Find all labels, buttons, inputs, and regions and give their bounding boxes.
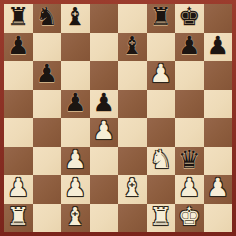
square-c1[interactable]: ♝ bbox=[61, 204, 90, 233]
square-f8[interactable]: ♜ bbox=[147, 4, 176, 33]
square-e1[interactable] bbox=[118, 204, 147, 233]
square-c8[interactable]: ♝ bbox=[61, 4, 90, 33]
square-c5[interactable]: ♟ bbox=[61, 90, 90, 119]
square-e5[interactable] bbox=[118, 90, 147, 119]
square-a2[interactable]: ♟ bbox=[4, 175, 33, 204]
black-pawn-b6[interactable]: ♟ bbox=[36, 61, 58, 89]
square-f4[interactable] bbox=[147, 118, 176, 147]
square-h3[interactable] bbox=[204, 147, 233, 176]
square-e3[interactable] bbox=[118, 147, 147, 176]
square-f6[interactable]: ♟ bbox=[147, 61, 176, 90]
white-pawn-c2[interactable]: ♟ bbox=[64, 175, 86, 203]
white-rook-a1[interactable]: ♜ bbox=[7, 204, 29, 232]
black-pawn-c5[interactable]: ♟ bbox=[64, 90, 86, 118]
black-pawn-d5[interactable]: ♟ bbox=[93, 90, 115, 118]
black-pawn-h7[interactable]: ♟ bbox=[207, 33, 229, 61]
square-d7[interactable] bbox=[90, 33, 119, 62]
white-pawn-d4[interactable]: ♟ bbox=[93, 118, 115, 146]
square-b1[interactable] bbox=[33, 204, 62, 233]
square-g8[interactable]: ♚ bbox=[175, 4, 204, 33]
black-pawn-g7[interactable]: ♟ bbox=[178, 33, 200, 61]
square-g3[interactable]: ♛ bbox=[175, 147, 204, 176]
square-f5[interactable] bbox=[147, 90, 176, 119]
square-a5[interactable] bbox=[4, 90, 33, 119]
square-h2[interactable]: ♟ bbox=[204, 175, 233, 204]
white-pawn-a2[interactable]: ♟ bbox=[7, 175, 29, 203]
square-g4[interactable] bbox=[175, 118, 204, 147]
square-b5[interactable] bbox=[33, 90, 62, 119]
square-e4[interactable] bbox=[118, 118, 147, 147]
black-bishop-e7[interactable]: ♝ bbox=[121, 33, 143, 61]
white-king-g1[interactable]: ♚ bbox=[178, 204, 200, 232]
square-h7[interactable]: ♟ bbox=[204, 33, 233, 62]
square-g5[interactable] bbox=[175, 90, 204, 119]
black-rook-f8[interactable]: ♜ bbox=[150, 4, 172, 32]
square-h1[interactable] bbox=[204, 204, 233, 233]
square-h5[interactable] bbox=[204, 90, 233, 119]
square-a6[interactable] bbox=[4, 61, 33, 90]
square-d6[interactable] bbox=[90, 61, 119, 90]
square-h8[interactable] bbox=[204, 4, 233, 33]
square-e6[interactable] bbox=[118, 61, 147, 90]
black-pawn-a7[interactable]: ♟ bbox=[7, 33, 29, 61]
black-queen-g3[interactable]: ♛ bbox=[178, 147, 200, 175]
square-a4[interactable] bbox=[4, 118, 33, 147]
square-f3[interactable]: ♞ bbox=[147, 147, 176, 176]
white-pawn-c3[interactable]: ♟ bbox=[64, 147, 86, 175]
square-c7[interactable] bbox=[61, 33, 90, 62]
square-c3[interactable]: ♟ bbox=[61, 147, 90, 176]
square-e7[interactable]: ♝ bbox=[118, 33, 147, 62]
square-f1[interactable]: ♜ bbox=[147, 204, 176, 233]
white-bishop-e2[interactable]: ♝ bbox=[121, 175, 143, 203]
white-pawn-g2[interactable]: ♟ bbox=[178, 175, 200, 203]
square-d5[interactable]: ♟ bbox=[90, 90, 119, 119]
black-bishop-c8[interactable]: ♝ bbox=[64, 4, 86, 32]
square-a3[interactable] bbox=[4, 147, 33, 176]
square-f7[interactable] bbox=[147, 33, 176, 62]
square-a7[interactable]: ♟ bbox=[4, 33, 33, 62]
square-c2[interactable]: ♟ bbox=[61, 175, 90, 204]
chess-board[interactable]: ♜♞♝♜♚♟♝♟♟♟♟♟♟♟♟♞♛♟♟♝♟♟♜♝♜♚ bbox=[4, 4, 232, 232]
square-d2[interactable] bbox=[90, 175, 119, 204]
white-pawn-f6[interactable]: ♟ bbox=[150, 61, 172, 89]
board-frame: ♜♞♝♜♚♟♝♟♟♟♟♟♟♟♟♞♛♟♟♝♟♟♜♝♜♚ bbox=[0, 0, 236, 236]
square-a8[interactable]: ♜ bbox=[4, 4, 33, 33]
square-e2[interactable]: ♝ bbox=[118, 175, 147, 204]
black-king-g8[interactable]: ♚ bbox=[178, 4, 200, 32]
black-knight-b8[interactable]: ♞ bbox=[36, 4, 58, 32]
square-a1[interactable]: ♜ bbox=[4, 204, 33, 233]
square-g6[interactable] bbox=[175, 61, 204, 90]
square-b8[interactable]: ♞ bbox=[33, 4, 62, 33]
square-d3[interactable] bbox=[90, 147, 119, 176]
square-c6[interactable] bbox=[61, 61, 90, 90]
black-rook-a8[interactable]: ♜ bbox=[7, 4, 29, 32]
white-knight-f3[interactable]: ♞ bbox=[150, 147, 172, 175]
square-e8[interactable] bbox=[118, 4, 147, 33]
square-d8[interactable] bbox=[90, 4, 119, 33]
white-pawn-h2[interactable]: ♟ bbox=[207, 175, 229, 203]
square-c4[interactable] bbox=[61, 118, 90, 147]
square-h4[interactable] bbox=[204, 118, 233, 147]
square-g2[interactable]: ♟ bbox=[175, 175, 204, 204]
chess-app: ♜♞♝♜♚♟♝♟♟♟♟♟♟♟♟♞♛♟♟♝♟♟♜♝♜♚ bbox=[0, 0, 236, 236]
square-f2[interactable] bbox=[147, 175, 176, 204]
square-b4[interactable] bbox=[33, 118, 62, 147]
square-b7[interactable] bbox=[33, 33, 62, 62]
white-rook-f1[interactable]: ♜ bbox=[150, 204, 172, 232]
square-g1[interactable]: ♚ bbox=[175, 204, 204, 233]
square-d1[interactable] bbox=[90, 204, 119, 233]
square-h6[interactable] bbox=[204, 61, 233, 90]
white-bishop-c1[interactable]: ♝ bbox=[64, 204, 86, 232]
square-b3[interactable] bbox=[33, 147, 62, 176]
square-g7[interactable]: ♟ bbox=[175, 33, 204, 62]
square-b2[interactable] bbox=[33, 175, 62, 204]
square-b6[interactable]: ♟ bbox=[33, 61, 62, 90]
square-d4[interactable]: ♟ bbox=[90, 118, 119, 147]
